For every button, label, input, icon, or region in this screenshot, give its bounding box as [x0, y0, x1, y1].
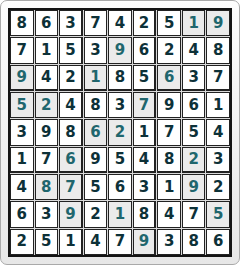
cell-r7c9[interactable]: 2 [206, 174, 230, 200]
cell-r2c6[interactable]: 6 [133, 37, 157, 63]
cell-r2c9[interactable]: 8 [206, 37, 230, 63]
cell-r2c4[interactable]: 3 [84, 37, 108, 63]
cell-r9c5[interactable]: 7 [108, 229, 132, 255]
cell-r3c9[interactable]: 7 [206, 65, 230, 91]
cell-r5c5[interactable]: 2 [108, 119, 132, 145]
cell-r9c1[interactable]: 2 [10, 229, 34, 255]
cell-r4c9[interactable]: 1 [206, 92, 230, 118]
cell-r5c3[interactable]: 8 [59, 119, 83, 145]
cell-r1c7[interactable]: 5 [157, 10, 181, 36]
cell-r8c8[interactable]: 7 [182, 201, 206, 227]
cell-r4c8[interactable]: 6 [182, 92, 206, 118]
cell-r6c7[interactable]: 8 [157, 147, 181, 173]
cell-r5c6[interactable]: 1 [133, 119, 157, 145]
cell-r9c4[interactable]: 4 [84, 229, 108, 255]
cell-r9c8[interactable]: 8 [182, 229, 206, 255]
cell-r7c3[interactable]: 7 [59, 174, 83, 200]
cell-r5c9[interactable]: 4 [206, 119, 230, 145]
cell-r6c2[interactable]: 7 [35, 147, 59, 173]
cell-r6c4[interactable]: 9 [84, 147, 108, 173]
cell-r7c8[interactable]: 9 [182, 174, 206, 200]
cell-r6c5[interactable]: 5 [108, 147, 132, 173]
cell-r5c2[interactable]: 9 [35, 119, 59, 145]
cell-r8c1[interactable]: 6 [10, 201, 34, 227]
cell-r8c3[interactable]: 9 [59, 201, 83, 227]
cell-r4c2[interactable]: 2 [35, 92, 59, 118]
cell-r7c5[interactable]: 6 [108, 174, 132, 200]
cell-r7c2[interactable]: 8 [35, 174, 59, 200]
cell-r9c2[interactable]: 5 [35, 229, 59, 255]
cell-r8c2[interactable]: 3 [35, 201, 59, 227]
cell-r6c6[interactable]: 4 [133, 147, 157, 173]
cell-r4c3[interactable]: 4 [59, 92, 83, 118]
cell-r6c9[interactable]: 3 [206, 147, 230, 173]
cell-r7c6[interactable]: 3 [133, 174, 157, 200]
cell-r6c1[interactable]: 1 [10, 147, 34, 173]
cell-r4c7[interactable]: 9 [157, 92, 181, 118]
cell-r8c4[interactable]: 2 [84, 201, 108, 227]
cell-r5c7[interactable]: 7 [157, 119, 181, 145]
cell-r1c3[interactable]: 3 [59, 10, 83, 36]
cell-r5c4[interactable]: 6 [84, 119, 108, 145]
cell-r1c2[interactable]: 6 [35, 10, 59, 36]
cell-r6c8[interactable]: 2 [182, 147, 206, 173]
cell-r3c1[interactable]: 9 [10, 65, 34, 91]
sudoku-board: 8637425197153962489421856375248379613986… [8, 8, 232, 257]
cell-r3c2[interactable]: 4 [35, 65, 59, 91]
cell-r4c5[interactable]: 3 [108, 92, 132, 118]
cell-r6c3[interactable]: 6 [59, 147, 83, 173]
cell-r3c4[interactable]: 1 [84, 65, 108, 91]
cell-r8c6[interactable]: 8 [133, 201, 157, 227]
cell-r4c6[interactable]: 7 [133, 92, 157, 118]
cell-r5c8[interactable]: 5 [182, 119, 206, 145]
cell-r2c7[interactable]: 2 [157, 37, 181, 63]
cell-r2c2[interactable]: 1 [35, 37, 59, 63]
sudoku-window: 8637425197153962489421856375248379613986… [0, 0, 240, 265]
cell-r9c6[interactable]: 9 [133, 229, 157, 255]
cell-r9c3[interactable]: 1 [59, 229, 83, 255]
cell-r1c4[interactable]: 7 [84, 10, 108, 36]
cell-r1c9[interactable]: 9 [206, 10, 230, 36]
cell-r8c7[interactable]: 4 [157, 201, 181, 227]
cell-r5c1[interactable]: 3 [10, 119, 34, 145]
cell-r2c1[interactable]: 7 [10, 37, 34, 63]
cell-r3c5[interactable]: 8 [108, 65, 132, 91]
cell-r8c9[interactable]: 5 [206, 201, 230, 227]
cell-r4c1[interactable]: 5 [10, 92, 34, 118]
cell-r7c4[interactable]: 5 [84, 174, 108, 200]
cell-r3c3[interactable]: 2 [59, 65, 83, 91]
cell-r7c7[interactable]: 1 [157, 174, 181, 200]
cell-r1c5[interactable]: 4 [108, 10, 132, 36]
cell-r2c5[interactable]: 9 [108, 37, 132, 63]
cell-r8c5[interactable]: 1 [108, 201, 132, 227]
cell-r1c6[interactable]: 2 [133, 10, 157, 36]
cell-r7c1[interactable]: 4 [10, 174, 34, 200]
cell-r3c8[interactable]: 3 [182, 65, 206, 91]
cell-r9c9[interactable]: 6 [206, 229, 230, 255]
cell-r3c7[interactable]: 6 [157, 65, 181, 91]
cell-r1c1[interactable]: 8 [10, 10, 34, 36]
cell-r9c7[interactable]: 3 [157, 229, 181, 255]
cell-r2c3[interactable]: 5 [59, 37, 83, 63]
cell-r3c6[interactable]: 5 [133, 65, 157, 91]
cell-r4c4[interactable]: 8 [84, 92, 108, 118]
cell-r1c8[interactable]: 1 [182, 10, 206, 36]
cell-r2c8[interactable]: 4 [182, 37, 206, 63]
